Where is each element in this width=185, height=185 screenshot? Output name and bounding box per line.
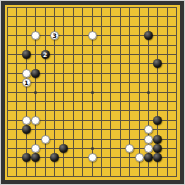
grid-line-vertical (139, 7, 140, 177)
grid-line-horizontal (7, 176, 177, 177)
white-stone-O4[interactable] (125, 144, 134, 153)
black-stone-Q3[interactable] (144, 153, 153, 162)
black-stone-C3[interactable] (22, 153, 31, 162)
grid-line-horizontal (7, 110, 177, 111)
grid-line-horizontal (7, 101, 177, 102)
grid-line-vertical (167, 7, 168, 177)
white-stone-K16[interactable] (88, 31, 97, 40)
white-stone-C12[interactable] (22, 69, 31, 78)
white-stone-E5[interactable] (41, 135, 50, 144)
board-frame: 123 (1, 1, 184, 184)
white-stone-Q4[interactable] (144, 144, 153, 153)
white-stone-D16[interactable] (31, 31, 40, 40)
white-stone-Q5[interactable] (144, 135, 153, 144)
white-stone-F16[interactable] (50, 31, 59, 40)
black-stone-G4[interactable] (59, 144, 68, 153)
black-stone-R3[interactable] (153, 153, 162, 162)
black-stone-R7[interactable] (153, 116, 162, 125)
go-board[interactable]: 123 (5, 5, 180, 180)
white-stone-D4[interactable] (31, 144, 40, 153)
black-stone-F3[interactable] (50, 153, 59, 162)
black-stone-D12[interactable] (31, 69, 40, 78)
white-stone-Q6[interactable] (144, 125, 153, 134)
grid-line-horizontal (7, 167, 177, 168)
star-point-Q10 (147, 91, 150, 94)
white-stone-D7[interactable] (31, 116, 40, 125)
white-stone-C7[interactable] (22, 116, 31, 125)
star-point-K4 (91, 147, 94, 150)
grid-line-vertical (110, 7, 111, 177)
black-stone-C6[interactable] (22, 125, 31, 134)
white-stone-P3[interactable] (135, 153, 144, 162)
black-stone-D3[interactable] (31, 153, 40, 162)
star-point-K10 (91, 91, 94, 94)
black-stone-Q16[interactable] (144, 31, 153, 40)
black-stone-C14[interactable] (22, 50, 31, 59)
go-diagram: 123 (0, 0, 185, 185)
grid-line-vertical (176, 7, 177, 177)
black-stone-R4[interactable] (153, 144, 162, 153)
white-stone-C11[interactable] (22, 78, 31, 87)
black-stone-R5[interactable] (153, 135, 162, 144)
star-point-D10 (34, 91, 37, 94)
grid-line-vertical (101, 7, 102, 177)
white-stone-K3[interactable] (88, 153, 97, 162)
grid-line-vertical (120, 7, 121, 177)
black-stone-E14[interactable] (41, 50, 50, 59)
black-stone-R13[interactable] (153, 59, 162, 68)
